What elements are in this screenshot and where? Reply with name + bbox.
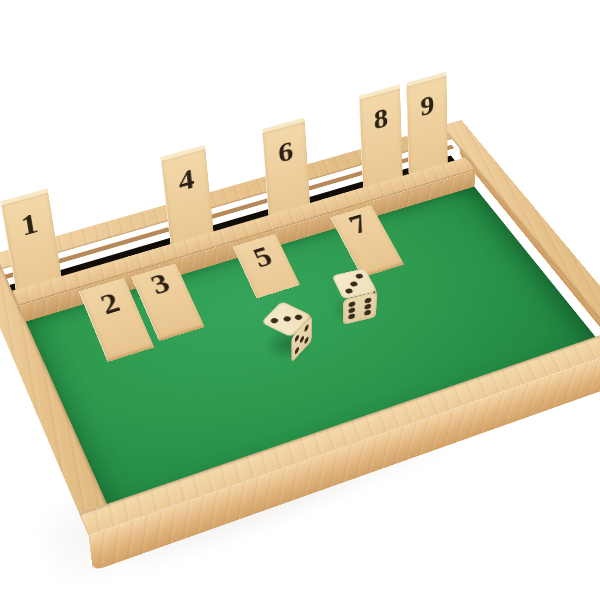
frame-rim-left [0, 253, 117, 535]
tile-label: 6 [264, 131, 308, 173]
tile-label: 3 [132, 263, 189, 306]
tile-label: 4 [163, 159, 210, 202]
tile-8[interactable]: 8 [359, 84, 404, 197]
tile-6[interactable]: 6 [262, 117, 311, 225]
tile-slot-7: 7 [317, 181, 357, 193]
tile-5[interactable]: 5 [225, 218, 310, 318]
tile-slot-4: 4 [170, 223, 213, 236]
frame-rim-right [441, 120, 600, 350]
tile-slot-2: 2 [68, 253, 113, 266]
tile-slot-6: 6 [269, 195, 310, 207]
tile-slot-5: 5 [220, 209, 262, 221]
tile-4[interactable]: 4 [160, 145, 215, 254]
product-photo-stage: 1 2 3 4 [0, 0, 600, 600]
die-left-top-face [261, 301, 312, 337]
die-left[interactable] [261, 327, 311, 364]
tiles-row: 1 2 3 4 [15, 154, 449, 281]
tile-label: 7 [331, 205, 387, 245]
tile-3[interactable]: 3 [123, 245, 207, 346]
tile-1[interactable]: 1 [0, 188, 63, 300]
tile-label: 8 [360, 98, 401, 140]
scene: 1 2 3 4 [0, 0, 600, 600]
tile-2[interactable]: 2 [73, 264, 157, 367]
tile-slot-3: 3 [119, 238, 163, 251]
shut-the-box-board: 1 2 3 4 [0, 120, 600, 535]
tile-label: 9 [407, 85, 447, 126]
frame-rim-front [79, 324, 600, 535]
tile-9[interactable]: 9 [406, 72, 448, 184]
tile-7[interactable]: 7 [321, 188, 407, 282]
die-right[interactable] [331, 294, 376, 326]
tile-slot-8: 8 [364, 168, 404, 180]
tile-label: 1 [3, 202, 54, 246]
tile-label: 5 [235, 236, 291, 278]
tile-slot-1: 1 [15, 268, 60, 281]
tile-slot-9: 9 [410, 154, 449, 165]
tile-label: 2 [81, 282, 139, 325]
